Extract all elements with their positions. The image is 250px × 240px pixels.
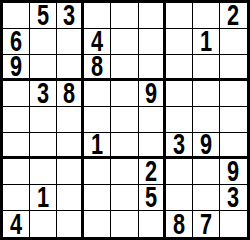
- cell-r8c5[interactable]: [111, 185, 138, 211]
- cell-r9c4[interactable]: [84, 211, 111, 237]
- given-digit: 8: [63, 81, 75, 107]
- cell-r3c7[interactable]: [166, 55, 193, 81]
- given-digit: 4: [91, 29, 103, 55]
- cell-r1c8[interactable]: [193, 3, 220, 29]
- cell-r8c1[interactable]: [3, 185, 30, 211]
- given-digit: 9: [145, 81, 157, 107]
- cell-r4c8[interactable]: [193, 81, 220, 107]
- cell-r3c9[interactable]: [220, 55, 247, 81]
- cell-r1c2[interactable]: 5: [30, 3, 57, 29]
- given-digit: 5: [145, 185, 157, 211]
- cell-r3c8[interactable]: [193, 55, 220, 81]
- cell-r7c9[interactable]: 9: [220, 159, 247, 185]
- cell-r6c4[interactable]: 1: [84, 133, 111, 159]
- cell-r9c1[interactable]: 4: [3, 211, 30, 237]
- given-digit: 3: [63, 3, 75, 29]
- given-digit: 1: [200, 29, 212, 55]
- cell-r5c6[interactable]: [139, 107, 166, 133]
- cell-r3c5[interactable]: [111, 55, 138, 81]
- given-digit: 5: [37, 3, 49, 29]
- cell-r5c8[interactable]: [193, 107, 220, 133]
- cell-r3c1[interactable]: 9: [3, 55, 30, 81]
- given-digit: 9: [227, 159, 239, 185]
- cell-r5c2[interactable]: [30, 107, 57, 133]
- cell-r7c5[interactable]: [111, 159, 138, 185]
- cell-r8c4[interactable]: [84, 185, 111, 211]
- given-digit: 9: [10, 55, 22, 81]
- given-digit: 3: [37, 81, 49, 107]
- given-digit: 9: [200, 133, 212, 159]
- given-digit: 7: [200, 211, 212, 237]
- cell-r7c8[interactable]: [193, 159, 220, 185]
- cell-r1c4[interactable]: [84, 3, 111, 29]
- cell-r6c6[interactable]: [139, 133, 166, 159]
- cell-r5c7[interactable]: [166, 107, 193, 133]
- cell-r8c6[interactable]: 5: [139, 185, 166, 211]
- cell-r4c1[interactable]: [3, 81, 30, 107]
- cell-r2c2[interactable]: [30, 29, 57, 55]
- cell-r5c3[interactable]: [57, 107, 84, 133]
- cell-r5c4[interactable]: [84, 107, 111, 133]
- cell-r7c4[interactable]: [84, 159, 111, 185]
- cell-r3c3[interactable]: [57, 55, 84, 81]
- given-digit: 1: [91, 133, 103, 159]
- cell-r9c8[interactable]: 7: [193, 211, 220, 237]
- sudoku-board: 5326419838913929153487: [0, 0, 250, 240]
- cell-r9c7[interactable]: 8: [166, 211, 193, 237]
- cell-r2c6[interactable]: [139, 29, 166, 55]
- cell-r9c2[interactable]: [30, 211, 57, 237]
- cell-r4c6[interactable]: 9: [139, 81, 166, 107]
- cell-r6c1[interactable]: [3, 133, 30, 159]
- cell-r2c9[interactable]: [220, 29, 247, 55]
- cell-r1c3[interactable]: 3: [57, 3, 84, 29]
- given-digit: 2: [227, 3, 239, 29]
- cell-r5c9[interactable]: [220, 107, 247, 133]
- given-digit: 3: [173, 133, 185, 159]
- cell-r1c5[interactable]: [111, 3, 138, 29]
- cell-r8c9[interactable]: 3: [220, 185, 247, 211]
- cell-r4c4[interactable]: [84, 81, 111, 107]
- cell-r5c1[interactable]: [3, 107, 30, 133]
- cell-r4c2[interactable]: 3: [30, 81, 57, 107]
- given-digit: 3: [227, 185, 239, 211]
- cell-r7c7[interactable]: [166, 159, 193, 185]
- cell-r4c3[interactable]: 8: [57, 81, 84, 107]
- cell-r4c7[interactable]: [166, 81, 193, 107]
- cell-r1c9[interactable]: 2: [220, 3, 247, 29]
- given-digit: 6: [10, 29, 22, 55]
- cell-r8c7[interactable]: [166, 185, 193, 211]
- cell-r1c1[interactable]: [3, 3, 30, 29]
- cell-r7c2[interactable]: [30, 159, 57, 185]
- cell-r9c6[interactable]: [139, 211, 166, 237]
- cell-r1c7[interactable]: [166, 3, 193, 29]
- cell-r2c8[interactable]: 1: [193, 29, 220, 55]
- cell-r8c2[interactable]: 1: [30, 185, 57, 211]
- cell-r3c6[interactable]: [139, 55, 166, 81]
- cell-r7c6[interactable]: 2: [139, 159, 166, 185]
- cell-r4c9[interactable]: [220, 81, 247, 107]
- cell-r2c4[interactable]: 4: [84, 29, 111, 55]
- cell-r5c5[interactable]: [111, 107, 138, 133]
- cell-r4c5[interactable]: [111, 81, 138, 107]
- cell-r6c5[interactable]: [111, 133, 138, 159]
- cell-r6c3[interactable]: [57, 133, 84, 159]
- cell-r2c5[interactable]: [111, 29, 138, 55]
- cell-r6c2[interactable]: [30, 133, 57, 159]
- cell-r9c5[interactable]: [111, 211, 138, 237]
- cell-r6c7[interactable]: 3: [166, 133, 193, 159]
- given-digit: 8: [173, 211, 185, 237]
- cell-r2c1[interactable]: 6: [3, 29, 30, 55]
- cell-r2c7[interactable]: [166, 29, 193, 55]
- cell-r6c8[interactable]: 9: [193, 133, 220, 159]
- cell-r9c3[interactable]: [57, 211, 84, 237]
- cell-r8c3[interactable]: [57, 185, 84, 211]
- cell-r8c8[interactable]: [193, 185, 220, 211]
- given-digit: 1: [37, 185, 49, 211]
- cell-r7c3[interactable]: [57, 159, 84, 185]
- cell-r9c9[interactable]: [220, 211, 247, 237]
- cell-r3c2[interactable]: [30, 55, 57, 81]
- cell-r2c3[interactable]: [57, 29, 84, 55]
- given-digit: 4: [10, 211, 22, 237]
- cell-r3c4[interactable]: 8: [84, 55, 111, 81]
- given-digit: 2: [145, 159, 157, 185]
- given-digit: 8: [91, 55, 103, 81]
- cell-r1c6[interactable]: [139, 3, 166, 29]
- cell-r6c9[interactable]: [220, 133, 247, 159]
- cell-r7c1[interactable]: [3, 159, 30, 185]
